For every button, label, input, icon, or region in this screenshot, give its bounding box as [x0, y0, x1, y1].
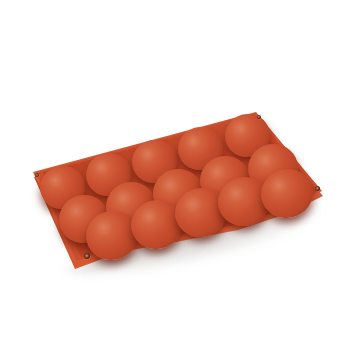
corner-hanging-hole-1	[35, 173, 39, 177]
product-photo-scene	[0, 0, 355, 355]
corner-hanging-hole-2	[257, 115, 261, 119]
corner-hanging-hole-4	[84, 253, 90, 259]
corner-hanging-hole-3	[315, 186, 320, 191]
